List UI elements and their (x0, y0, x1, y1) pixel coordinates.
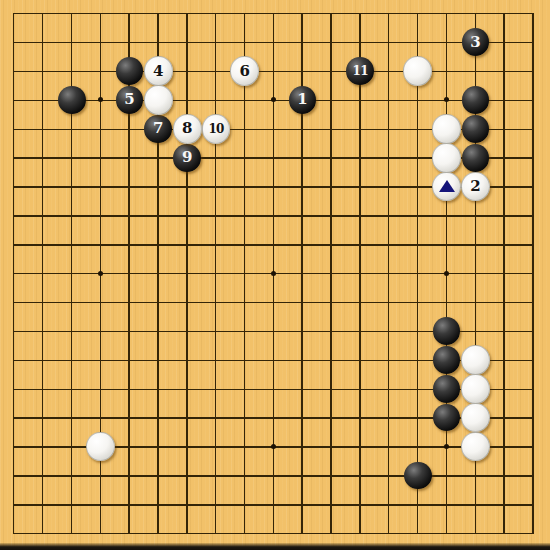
intersection-D4[interactable] (86, 432, 115, 461)
triangle-mark-icon (439, 180, 455, 192)
black-stone-C16[interactable] (58, 86, 86, 114)
white-stone-F17[interactable]: 4 (144, 56, 173, 86)
intersection-E16[interactable]: 5 (115, 86, 144, 115)
move-number: 7 (153, 121, 163, 136)
move-number: 9 (182, 150, 192, 165)
intersection-R16[interactable] (461, 86, 490, 115)
intersection-E17[interactable] (115, 57, 144, 86)
black-stone-R18[interactable]: 3 (462, 28, 490, 56)
intersection-R18[interactable]: 3 (461, 28, 490, 57)
star-point (432, 259, 461, 288)
move-number: 3 (470, 34, 480, 49)
black-stone-G14[interactable]: 9 (173, 144, 201, 172)
black-stone-R16[interactable] (462, 86, 490, 114)
star-point (259, 259, 288, 288)
move-number: 10 (208, 122, 223, 134)
move-number: 11 (353, 65, 368, 77)
move-number: 5 (124, 92, 134, 107)
white-stone-H15[interactable]: 10 (202, 114, 231, 144)
intersection-G15[interactable]: 8 (173, 114, 202, 143)
white-stone-R5[interactable] (461, 403, 490, 433)
star-point-dot (271, 271, 276, 276)
intersection-C16[interactable] (57, 86, 86, 115)
black-stone-E16[interactable]: 5 (116, 86, 144, 114)
intersection-R13[interactable]: 2 (461, 172, 490, 201)
star-point (432, 432, 461, 461)
intersection-Q14[interactable] (432, 143, 461, 172)
move-number: 4 (153, 63, 163, 78)
black-stone-Q7[interactable] (433, 346, 461, 374)
white-stone-P17[interactable] (403, 56, 432, 86)
star-point-dot (444, 271, 449, 276)
intersection-F16[interactable] (144, 86, 173, 115)
white-stone-J17[interactable]: 6 (230, 56, 259, 86)
white-stone-Q13[interactable] (432, 172, 461, 202)
intersection-Q8[interactable] (432, 317, 461, 346)
white-stone-R4[interactable] (461, 432, 490, 462)
star-point-dot (271, 97, 276, 102)
intersection-N17[interactable]: 11 (346, 57, 375, 86)
intersection-J17[interactable]: 6 (230, 57, 259, 86)
star-point-dot (98, 271, 103, 276)
intersection-F17[interactable]: 4 (144, 57, 173, 86)
intersection-R6[interactable] (461, 374, 490, 403)
intersection-L16[interactable]: 1 (288, 86, 317, 115)
star-point-dot (98, 97, 103, 102)
move-number: 8 (182, 121, 192, 136)
white-stone-R6[interactable] (461, 374, 490, 404)
star-point-dot (444, 444, 449, 449)
white-stone-Q15[interactable] (432, 114, 461, 144)
star-point (259, 86, 288, 115)
white-stone-R13[interactable]: 2 (461, 172, 490, 202)
move-number: 1 (297, 92, 307, 107)
intersection-R4[interactable] (461, 432, 490, 461)
intersection-R15[interactable] (461, 114, 490, 143)
go-board[interactable]: 5791113468102 (0, 0, 550, 550)
stone-grid[interactable]: 5791113468102 (0, 0, 548, 548)
white-stone-F16[interactable] (144, 85, 173, 115)
star-point (432, 86, 461, 115)
white-stone-D4[interactable] (86, 432, 115, 462)
black-stone-R14[interactable] (462, 144, 490, 172)
black-stone-F15[interactable]: 7 (144, 115, 172, 143)
black-stone-P3[interactable] (404, 462, 432, 490)
move-number: 6 (240, 63, 250, 78)
black-stone-N17[interactable]: 11 (346, 57, 374, 85)
black-stone-L16[interactable]: 1 (289, 86, 317, 114)
intersection-Q7[interactable] (432, 345, 461, 374)
intersection-Q13[interactable] (432, 172, 461, 201)
intersection-P3[interactable] (403, 461, 432, 490)
black-stone-R15[interactable] (462, 115, 490, 143)
intersection-H15[interactable]: 10 (202, 114, 231, 143)
intersection-Q5[interactable] (432, 403, 461, 432)
black-stone-Q8[interactable] (433, 317, 461, 345)
white-stone-Q14[interactable] (432, 143, 461, 173)
intersection-R7[interactable] (461, 345, 490, 374)
intersection-F15[interactable]: 7 (144, 114, 173, 143)
intersection-R14[interactable] (461, 143, 490, 172)
white-stone-G15[interactable]: 8 (173, 114, 202, 144)
black-stone-E17[interactable] (116, 57, 144, 85)
star-point-dot (271, 444, 276, 449)
intersection-Q6[interactable] (432, 374, 461, 403)
intersection-R5[interactable] (461, 403, 490, 432)
intersection-G14[interactable]: 9 (173, 143, 202, 172)
board-bottom-edge-shadow (0, 543, 550, 550)
star-point (86, 259, 115, 288)
black-stone-Q6[interactable] (433, 375, 461, 403)
star-point (86, 86, 115, 115)
intersection-Q15[interactable] (432, 114, 461, 143)
move-number: 2 (470, 179, 480, 194)
star-point-dot (444, 97, 449, 102)
intersection-P17[interactable] (403, 57, 432, 86)
white-stone-R7[interactable] (461, 345, 490, 375)
black-stone-Q5[interactable] (433, 404, 461, 432)
star-point (259, 432, 288, 461)
